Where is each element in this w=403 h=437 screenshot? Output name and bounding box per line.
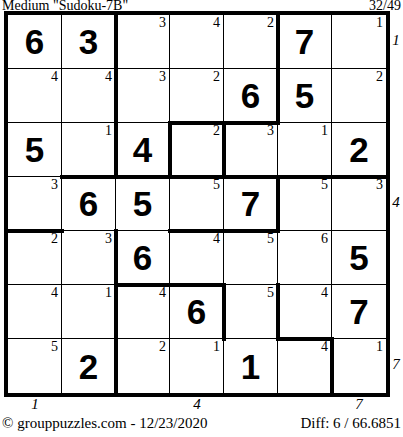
cell-r5c1[interactable]: 2 xyxy=(8,231,62,285)
cell-r1c1[interactable]: 6 xyxy=(8,15,62,69)
given-digit: 5 xyxy=(278,69,331,122)
corner-digit: 4 xyxy=(321,285,328,300)
copyright-footer: © grouppuzzles.com - 12/23/2020 xyxy=(2,415,208,432)
given-digit: 7 xyxy=(224,177,277,230)
cell-r6c5[interactable]: 5 xyxy=(224,285,278,339)
corner-digit: 5 xyxy=(321,177,328,192)
cell-r5c3[interactable]: 6 xyxy=(116,231,170,285)
cell-r4c5[interactable]: 7 xyxy=(224,177,278,231)
cell-r1c4[interactable]: 4 xyxy=(170,15,224,69)
cell-r3c4[interactable]: 2 xyxy=(170,123,224,177)
col-label-4: 4 xyxy=(190,396,204,413)
cell-r7c1[interactable]: 5 xyxy=(8,339,62,393)
cell-r2c5[interactable]: 6 xyxy=(224,69,278,123)
given-digit: 6 xyxy=(224,69,277,122)
given-digit: 7 xyxy=(332,285,386,338)
cell-r6c3[interactable]: 4 xyxy=(116,285,170,339)
given-digit: 7 xyxy=(278,15,331,68)
given-digit: 6 xyxy=(116,231,169,284)
corner-digit: 1 xyxy=(376,339,383,354)
corner-digit: 4 xyxy=(321,339,328,354)
corner-digit: 1 xyxy=(213,339,220,354)
corner-digit: 4 xyxy=(51,285,58,300)
corner-digit: 3 xyxy=(105,231,112,246)
cell-r2c1[interactable]: 4 xyxy=(8,69,62,123)
corner-digit: 3 xyxy=(159,69,166,84)
region-wall-v xyxy=(114,13,118,179)
cell-r7c5[interactable]: 1 xyxy=(224,339,278,393)
cell-r1c7[interactable]: 1 xyxy=(332,15,386,69)
cell-r5c2[interactable]: 3 xyxy=(62,231,116,285)
corner-digit: 3 xyxy=(376,177,383,192)
cell-r7c3[interactable]: 2 xyxy=(116,339,170,393)
row-label-1: 1 xyxy=(389,32,403,49)
given-digit: 6 xyxy=(8,15,61,68)
cell-r7c2[interactable]: 2 xyxy=(62,339,116,393)
cell-r4c2[interactable]: 6 xyxy=(62,177,116,231)
cell-r6c2[interactable]: 1 xyxy=(62,285,116,339)
cell-r3c2[interactable]: 1 xyxy=(62,123,116,177)
cell-r3c6[interactable]: 1 xyxy=(278,123,332,177)
region-wall-v xyxy=(222,121,226,179)
cell-r7c4[interactable]: 1 xyxy=(170,339,224,393)
row-label-4: 4 xyxy=(389,194,403,211)
cell-r2c6[interactable]: 5 xyxy=(278,69,332,123)
region-wall-h xyxy=(276,337,334,341)
cell-r3c7[interactable]: 2 xyxy=(332,123,386,177)
cell-r6c7[interactable]: 7 xyxy=(332,285,386,339)
cell-r5c7[interactable]: 5 xyxy=(332,231,386,285)
corner-digit: 3 xyxy=(267,123,274,138)
col-label-1: 1 xyxy=(28,396,42,413)
region-wall-v xyxy=(276,283,280,341)
cell-r4c7[interactable]: 3 xyxy=(332,177,386,231)
cell-r7c7[interactable]: 1 xyxy=(332,339,386,393)
cell-r4c1[interactable]: 3 xyxy=(8,177,62,231)
cell-r3c5[interactable]: 3 xyxy=(224,123,278,177)
row-label-7: 7 xyxy=(389,356,403,373)
region-wall-v xyxy=(168,121,172,179)
cell-r6c6[interactable]: 4 xyxy=(278,285,332,339)
cell-r2c2[interactable]: 4 xyxy=(62,69,116,123)
region-wall-h xyxy=(114,283,226,287)
corner-digit: 6 xyxy=(321,231,328,246)
corner-digit: 4 xyxy=(51,69,58,84)
corner-digit: 1 xyxy=(321,123,328,138)
difficulty-footer: Diff: 6 / 66.6851 xyxy=(300,415,401,432)
sudoku-board: 6334271443265251423123655753236456541465… xyxy=(4,11,390,397)
given-digit: 1 xyxy=(224,339,277,393)
corner-digit: 2 xyxy=(267,15,274,30)
corner-digit: 4 xyxy=(105,69,112,84)
cell-r3c3[interactable]: 4 xyxy=(116,123,170,177)
region-wall-v xyxy=(276,175,280,233)
corner-digit: 5 xyxy=(267,231,274,246)
cell-r5c4[interactable]: 4 xyxy=(170,231,224,285)
cell-r5c6[interactable]: 6 xyxy=(278,231,332,285)
corner-digit: 2 xyxy=(159,339,166,354)
given-digit: 6 xyxy=(62,177,115,230)
corner-digit: 2 xyxy=(213,123,220,138)
cell-r1c2[interactable]: 3 xyxy=(62,15,116,69)
region-wall-v xyxy=(330,337,334,395)
region-wall-h xyxy=(6,229,64,233)
given-digit: 5 xyxy=(116,177,169,230)
cell-r6c4[interactable]: 6 xyxy=(170,285,224,339)
corner-digit: 4 xyxy=(159,285,166,300)
cell-r4c3[interactable]: 5 xyxy=(116,177,170,231)
corner-digit: 2 xyxy=(376,69,383,84)
given-digit: 3 xyxy=(62,15,115,68)
corner-digit: 4 xyxy=(213,15,220,30)
given-digit: 2 xyxy=(62,339,115,393)
cell-r1c5[interactable]: 2 xyxy=(224,15,278,69)
given-digit: 5 xyxy=(332,231,386,284)
corner-digit: 5 xyxy=(267,285,274,300)
region-wall-v xyxy=(222,283,226,341)
region-wall-v xyxy=(276,13,280,125)
col-label-7: 7 xyxy=(352,396,366,413)
cell-r4c4[interactable]: 5 xyxy=(170,177,224,231)
cell-r3c1[interactable]: 5 xyxy=(8,123,62,177)
region-wall-h xyxy=(168,229,280,233)
corner-digit: 5 xyxy=(51,339,58,354)
corner-digit: 2 xyxy=(213,69,220,84)
corner-digit: 3 xyxy=(51,177,58,192)
cell-r4c6[interactable]: 5 xyxy=(278,177,332,231)
given-digit: 6 xyxy=(170,285,223,338)
cell-r2c3[interactable]: 3 xyxy=(116,69,170,123)
corner-digit: 3 xyxy=(159,15,166,30)
cell-r7c6[interactable]: 4 xyxy=(278,339,332,393)
corner-digit: 5 xyxy=(213,177,220,192)
corner-digit: 4 xyxy=(213,231,220,246)
cell-r6c1[interactable]: 4 xyxy=(8,285,62,339)
corner-digit: 2 xyxy=(51,231,58,246)
cell-r1c6[interactable]: 7 xyxy=(278,15,332,69)
cell-r5c5[interactable]: 5 xyxy=(224,231,278,285)
region-wall-v xyxy=(114,229,118,395)
corner-digit: 1 xyxy=(105,285,112,300)
corner-digit: 1 xyxy=(105,123,112,138)
given-digit: 2 xyxy=(332,123,386,176)
corner-digit: 1 xyxy=(376,15,383,30)
given-digit: 5 xyxy=(8,123,61,176)
cell-r1c3[interactable]: 3 xyxy=(116,15,170,69)
cell-r2c4[interactable]: 2 xyxy=(170,69,224,123)
given-digit: 4 xyxy=(116,123,169,176)
cell-r2c7[interactable]: 2 xyxy=(332,69,386,123)
